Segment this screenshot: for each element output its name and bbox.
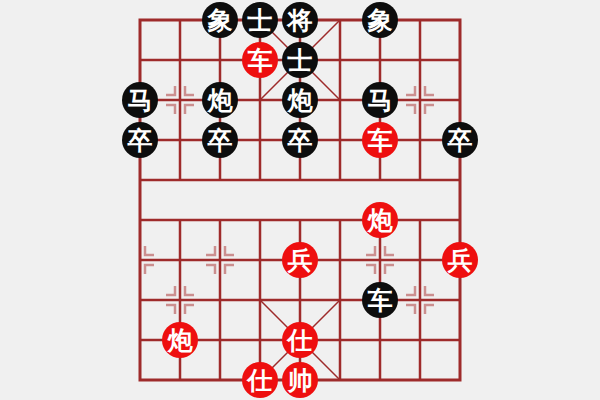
red-chariot[interactable]: 车 [362, 122, 398, 158]
pieces-layer: 象士将象车士马炮炮马卒卒卒车卒炮兵兵车炮仕仕帅 [0, 0, 600, 400]
black-soldier[interactable]: 卒 [122, 122, 158, 158]
red-chariot[interactable]: 车 [242, 42, 278, 78]
black-elephant[interactable]: 象 [362, 2, 398, 38]
black-cannon[interactable]: 炮 [202, 82, 238, 118]
red-cannon[interactable]: 炮 [362, 202, 398, 238]
black-horse[interactable]: 马 [362, 82, 398, 118]
black-soldier[interactable]: 卒 [282, 122, 318, 158]
black-soldier[interactable]: 卒 [442, 122, 478, 158]
red-advisor[interactable]: 仕 [242, 362, 278, 398]
xiangqi-board[interactable]: 象士将象车士马炮炮马卒卒卒车卒炮兵兵车炮仕仕帅 [0, 0, 600, 400]
black-advisor[interactable]: 士 [282, 42, 318, 78]
red-cannon[interactable]: 炮 [162, 322, 198, 358]
black-chariot[interactable]: 车 [362, 282, 398, 318]
black-advisor[interactable]: 士 [242, 2, 278, 38]
red-advisor[interactable]: 仕 [282, 322, 318, 358]
red-soldier[interactable]: 兵 [282, 242, 318, 278]
red-soldier[interactable]: 兵 [442, 242, 478, 278]
black-soldier[interactable]: 卒 [202, 122, 238, 158]
black-elephant[interactable]: 象 [202, 2, 238, 38]
black-horse[interactable]: 马 [122, 82, 158, 118]
black-cannon[interactable]: 炮 [282, 82, 318, 118]
black-general[interactable]: 将 [282, 2, 318, 38]
red-general[interactable]: 帅 [282, 362, 318, 398]
